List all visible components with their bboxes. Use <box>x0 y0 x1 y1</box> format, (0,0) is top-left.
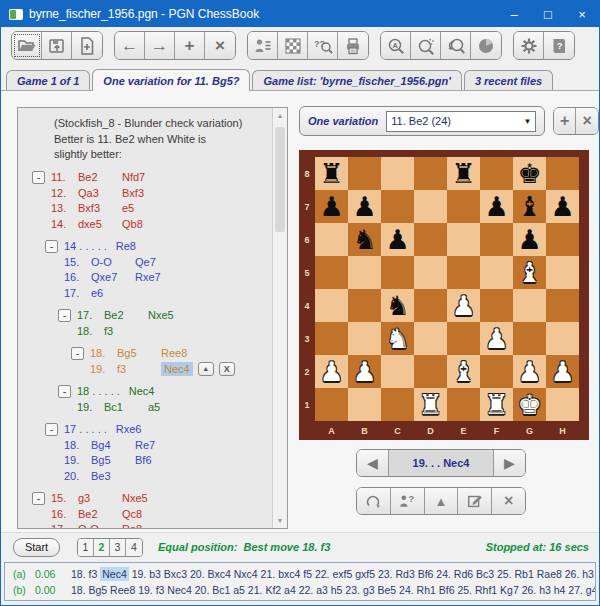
square-c5[interactable] <box>381 256 414 289</box>
magnifier-a-icon: A <box>386 36 406 56</box>
app-icon <box>9 9 23 20</box>
move-line[interactable]: 20.Be3 <box>18 468 267 484</box>
square-f7[interactable]: ♟ <box>480 190 513 223</box>
white-knight[interactable]: ♞ <box>381 322 414 355</box>
square-g6[interactable]: ♟ <box>513 223 546 256</box>
square-b8[interactable] <box>348 157 381 190</box>
pie-chart-button[interactable] <box>471 32 501 59</box>
square-a8[interactable]: ♜ <box>315 157 348 190</box>
edit-icon <box>466 492 484 510</box>
toolbar-group-1 <box>11 31 103 60</box>
white-move[interactable]: dxe5 <box>78 218 122 230</box>
square-g1[interactable]: ♚ <box>513 388 546 421</box>
square-b5[interactable] <box>348 256 381 289</box>
help-book-icon: ? <box>549 36 569 56</box>
white-pawn[interactable]: ♟ <box>447 289 480 322</box>
square-h3[interactable] <box>546 322 579 355</box>
minimize-button[interactable]: – <box>497 1 531 27</box>
black-move[interactable]: a5 <box>148 401 160 413</box>
black-move[interactable]: Nfd7 <box>122 171 145 183</box>
collapse-minus-icon[interactable]: - <box>71 347 84 360</box>
engine-line-moves[interactable]: 18. f3 Nec4 19. b3 Bxc3 20. Bxc4 Nxc4 21… <box>71 568 595 580</box>
square-e6[interactable] <box>447 223 480 256</box>
square-c8[interactable] <box>381 157 414 190</box>
square-h8[interactable] <box>546 157 579 190</box>
collapse-minus-icon[interactable]: - <box>32 492 45 505</box>
close-x-button[interactable]: × <box>205 32 235 59</box>
arrow-left-icon: ← <box>121 37 138 54</box>
variation-label: One variation <box>308 115 378 127</box>
tab-1[interactable]: Game 1 of 1 <box>6 70 90 91</box>
move-line[interactable]: -18 . . . . .Nec4 <box>18 384 267 400</box>
black-move[interactable]: Nxe5 <box>148 309 174 321</box>
white-move[interactable]: e6 <box>91 287 135 299</box>
square-a2[interactable]: ♟ <box>315 355 348 388</box>
square-f2[interactable] <box>480 355 513 388</box>
black-rook[interactable]: ♜ <box>315 157 348 190</box>
square-a4[interactable] <box>315 289 348 322</box>
selected-move[interactable]: Nec4 <box>161 362 193 376</box>
plus-icon: + <box>560 112 569 130</box>
gear-button[interactable] <box>514 32 544 59</box>
white-rook[interactable]: ♜ <box>480 388 513 421</box>
square-h4[interactable] <box>546 289 579 322</box>
white-king[interactable]: ♚ <box>513 388 546 421</box>
file-label: H <box>546 422 579 439</box>
arrow-left-button[interactable]: ← <box>115 32 145 59</box>
white-move[interactable]: O-O <box>78 523 122 529</box>
save-icon <box>47 36 67 56</box>
bottom-bar: Start 1234 Equal position:Best move 18. … <box>1 532 599 561</box>
file-label: G <box>513 422 546 439</box>
square-c3[interactable]: ♞ <box>381 322 414 355</box>
plus-icon: + <box>185 37 195 54</box>
move-line[interactable]: 19.f3Nec4▲X <box>18 361 267 377</box>
rank-label: 5 <box>299 256 315 289</box>
white-bishop[interactable]: ♝ <box>447 355 480 388</box>
engine-line-id: (a) <box>13 568 35 580</box>
black-move[interactable]: Bxf3 <box>122 187 144 199</box>
app-window: byrne_fischer_1956.pgn - PGN ChessBook –… <box>0 0 600 606</box>
rank-label: 3 <box>299 322 315 355</box>
engine-count-button-3[interactable]: 3 <box>110 539 126 556</box>
move-line[interactable]: 14.dxe5Qb8 <box>18 216 267 232</box>
left-arrow-icon: ◀ <box>367 455 378 471</box>
variation-bar: One variation 11. Be2 (24) ▼ + × <box>299 106 599 136</box>
white-rook[interactable]: ♜ <box>414 388 447 421</box>
guess-move-icon: ? <box>398 492 416 510</box>
black-move[interactable]: Re8 <box>116 240 136 252</box>
printer-button[interactable] <box>338 32 368 59</box>
square-b3[interactable] <box>348 322 381 355</box>
plus-button[interactable]: + <box>175 32 205 59</box>
black-bishop[interactable]: ♝ <box>513 190 546 223</box>
move-list-panel[interactable]: (Stockfish_8 - Blunder check variation)B… <box>17 107 288 529</box>
white-move[interactable]: Be2 <box>78 171 122 183</box>
square-h5[interactable] <box>546 256 579 289</box>
engine-count-button-1[interactable]: 1 <box>78 539 94 556</box>
collapse-minus-icon[interactable]: - <box>58 385 71 398</box>
file-label: A <box>315 422 348 439</box>
square-e4[interactable]: ♟ <box>447 289 480 322</box>
magnifier-arrow-icon <box>446 36 466 56</box>
magnifier-arrow-button[interactable] <box>441 32 471 59</box>
new-file-button[interactable] <box>72 32 102 59</box>
engine-line: (a)0.0618. f3 Nec4 19. b3 Bxc3 20. Bxc4 … <box>13 566 595 582</box>
close-x-icon: × <box>215 37 225 54</box>
printer-icon <box>343 36 363 56</box>
move-line[interactable]: 19.Bg5Bf6 <box>18 453 267 469</box>
engine-line: (b)0.0018. Bg5 Ree8 19. f3 Nec4 20. Bc1 … <box>13 582 595 598</box>
move-number: 14. <box>51 218 78 230</box>
white-move[interactable]: f3 <box>117 363 161 375</box>
square-e5[interactable] <box>447 256 480 289</box>
rank-label: 2 <box>299 355 315 388</box>
up-triangle-button[interactable]: ▲ <box>198 362 214 376</box>
stopped-at-label: Stopped at: 16 secs <box>486 541 589 553</box>
square-e8[interactable]: ♜ <box>447 157 480 190</box>
variation-select[interactable]: 11. Be2 (24) ▼ <box>386 111 536 132</box>
window-title: byrne_fischer_1956.pgn - PGN ChessBook <box>29 7 259 21</box>
collapse-minus-icon[interactable]: - <box>45 423 58 436</box>
black-move[interactable]: Qc8 <box>122 508 142 520</box>
move-number: 18. <box>77 325 104 337</box>
status-value: Best move 18. f3 <box>243 541 330 553</box>
move-number: 16. <box>64 271 91 283</box>
black-pawn[interactable]: ♟ <box>381 223 414 256</box>
edit-button[interactable] <box>458 488 492 514</box>
tab-3[interactable]: Game list: 'byrne_fischer_1956.pgn' <box>252 70 461 91</box>
magnifier-dots-button[interactable] <box>411 32 441 59</box>
black-move[interactable]: Qe7 <box>135 256 156 268</box>
move-line[interactable]: -14 . . . . .Re8 <box>18 239 267 255</box>
square-b6[interactable]: ♞ <box>348 223 381 256</box>
square-c6[interactable]: ♟ <box>381 223 414 256</box>
white-move[interactable]: Bg5 <box>117 347 161 359</box>
white-pawn[interactable]: ♟ <box>480 322 513 355</box>
move-line[interactable]: 17.O-ORe8 <box>18 522 267 530</box>
move-number: 17. <box>51 523 78 529</box>
engine-line-score: 0.06 <box>35 568 71 580</box>
square-c4[interactable]: ♞ <box>381 289 414 322</box>
move-line[interactable]: -17.Be2Nxe5 <box>18 308 267 324</box>
move-line[interactable]: 18.Bg4Re7 <box>18 437 267 453</box>
variation-group: One variation 11. Be2 (24) ▼ <box>299 106 545 136</box>
engine-count-button-4[interactable]: 4 <box>126 539 142 556</box>
white-pawn[interactable]: ♟ <box>315 355 348 388</box>
highlighted-engine-move[interactable]: Nec4 <box>100 567 129 581</box>
square-f8[interactable] <box>480 157 513 190</box>
square-h2[interactable]: ♟ <box>546 355 579 388</box>
black-pawn[interactable]: ♟ <box>546 190 579 223</box>
square-c2[interactable] <box>381 355 414 388</box>
white-move[interactable]: Bc1 <box>104 401 148 413</box>
square-b2[interactable]: ♟ <box>348 355 381 388</box>
move-line[interactable]: 13.Bxf3e5 <box>18 201 267 217</box>
black-move[interactable]: Nxe5 <box>122 492 148 504</box>
move-line[interactable]: 12.Qa3Bxf3 <box>18 185 267 201</box>
white-pawn[interactable]: ♟ <box>546 355 579 388</box>
square-h7[interactable]: ♟ <box>546 190 579 223</box>
black-move[interactable]: Rxe7 <box>135 271 161 283</box>
white-bishop[interactable]: ♝ <box>513 256 546 289</box>
window-controls: – □ × <box>497 1 599 27</box>
square-d8[interactable] <box>414 157 447 190</box>
move-number: 11. <box>51 171 78 183</box>
delete-x-button[interactable]: X <box>219 362 235 376</box>
tab-bar: Game 1 of 1One variation for 11. Bg5?Gam… <box>1 64 599 91</box>
board-grid: ♜♜♚♟♟♟♝♟♞♟♟♝♞♟♞♟♟♟♝♟♟♜♜♚ <box>315 157 579 421</box>
engine-number-buttons: 1234 <box>77 538 143 557</box>
square-h1[interactable] <box>546 388 579 421</box>
black-move[interactable]: Bf6 <box>135 454 152 466</box>
variation-comment: (Stockfish_8 - Blunder check variation)B… <box>18 116 267 163</box>
file-label: C <box>381 422 414 439</box>
move-number: 20. <box>64 470 91 482</box>
save-button[interactable] <box>42 32 72 59</box>
delete-x-icon: X <box>224 364 230 374</box>
square-a7[interactable]: ♟ <box>315 190 348 223</box>
engine-line-score: 0.00 <box>35 584 71 596</box>
board-tool-row: ?▲× <box>356 487 526 515</box>
move-line[interactable]: -18.Bg5Ree8 <box>18 346 267 362</box>
black-pawn[interactable]: ♟ <box>348 190 381 223</box>
close-x-button[interactable]: × <box>492 488 525 514</box>
move-number: 18. <box>64 439 91 451</box>
move-nav-bar: ◀ 19. . . Nec4 ▶ <box>356 449 526 477</box>
black-pawn[interactable]: ♟ <box>480 190 513 223</box>
title-bar: byrne_fischer_1956.pgn - PGN ChessBook –… <box>1 1 599 27</box>
scroll-down-icon[interactable]: ▼ <box>273 513 287 528</box>
chessboard-icon <box>283 36 303 56</box>
white-pawn[interactable]: ♟ <box>348 355 381 388</box>
square-f1[interactable]: ♜ <box>480 388 513 421</box>
add-variation-button[interactable]: + <box>554 108 576 134</box>
white-move[interactable]: Be3 <box>91 470 135 482</box>
chessboard-button[interactable] <box>278 32 308 59</box>
tab-4[interactable]: 3 recent files <box>464 70 553 91</box>
square-d1[interactable]: ♜ <box>414 388 447 421</box>
black-pawn[interactable]: ♟ <box>513 223 546 256</box>
square-g5[interactable]: ♝ <box>513 256 546 289</box>
black-move[interactable]: Re7 <box>135 439 155 451</box>
square-f3[interactable]: ♟ <box>480 322 513 355</box>
status-label: Equal position: <box>158 541 237 553</box>
rank-label: 4 <box>299 289 315 322</box>
new-file-icon <box>77 36 97 56</box>
square-a1[interactable] <box>315 388 348 421</box>
square-e1[interactable] <box>447 388 480 421</box>
scrollbar-thumb[interactable] <box>275 127 285 232</box>
square-a3[interactable] <box>315 322 348 355</box>
black-move[interactable]: Nec4 <box>129 385 155 397</box>
tab-2[interactable]: One variation for 11. Bg5? <box>92 69 250 91</box>
file-label: B <box>348 422 381 439</box>
square-c1[interactable] <box>381 388 414 421</box>
chevron-down-icon: ▼ <box>523 117 531 126</box>
square-b7[interactable]: ♟ <box>348 190 381 223</box>
white-move[interactable]: Bg4 <box>91 439 135 451</box>
guess-move-button[interactable]: ? <box>391 488 425 514</box>
square-e2[interactable]: ♝ <box>447 355 480 388</box>
black-king[interactable]: ♚ <box>513 157 546 190</box>
white-move[interactable]: g3 <box>78 492 122 504</box>
magnifier-a-button[interactable]: A <box>381 32 411 59</box>
black-move[interactable]: e5 <box>122 202 134 214</box>
move-line[interactable]: 17.e6 <box>18 285 267 301</box>
start-button[interactable]: Start <box>13 538 60 557</box>
black-knight[interactable]: ♞ <box>381 289 414 322</box>
move-number: 14 . . . . . <box>64 240 107 252</box>
engine-line-id: (b) <box>13 584 35 596</box>
white-move[interactable]: O-O <box>91 256 135 268</box>
right-arrow-icon: ▶ <box>504 455 515 471</box>
collapse-minus-icon[interactable]: - <box>32 171 45 184</box>
square-g2[interactable]: ♟ <box>513 355 546 388</box>
black-move[interactable]: Ree8 <box>161 347 187 359</box>
magnifier-dots-icon <box>416 36 436 56</box>
search-questions-icon: ?? <box>313 36 333 56</box>
svg-text:?: ? <box>557 41 563 51</box>
maximize-button[interactable]: □ <box>531 1 565 27</box>
rank-label: 1 <box>299 388 315 421</box>
toolbar-group-2: ←→+× <box>114 31 236 60</box>
players-button[interactable] <box>248 32 278 59</box>
close-x-icon: × <box>582 112 591 130</box>
white-move[interactable]: Be2 <box>104 309 148 321</box>
square-f4[interactable] <box>480 289 513 322</box>
white-move[interactable]: Qxe7 <box>91 271 135 283</box>
move-number: 18 . . . . . <box>77 385 120 397</box>
move-number: 15. <box>51 492 78 504</box>
rank-label: 8 <box>299 157 315 190</box>
white-move[interactable]: Bg5 <box>91 454 135 466</box>
square-g8[interactable]: ♚ <box>513 157 546 190</box>
black-rook[interactable]: ♜ <box>447 157 480 190</box>
square-d2[interactable] <box>414 355 447 388</box>
move-line[interactable]: -17 . . . . .Rxe6 <box>18 422 267 438</box>
square-g3[interactable] <box>513 322 546 355</box>
next-move-button[interactable]: ▶ <box>494 450 525 476</box>
square-g7[interactable]: ♝ <box>513 190 546 223</box>
move-list: (Stockfish_8 - Blunder check variation)B… <box>18 108 287 529</box>
close-button[interactable]: × <box>565 1 599 27</box>
square-d6[interactable] <box>414 223 447 256</box>
engine-line-moves[interactable]: 18. Bg5 Ree8 19. f3 Nec4 20. Bc1 a5 21. … <box>71 584 595 596</box>
engine-count-button-2[interactable]: 2 <box>94 539 110 556</box>
square-f5[interactable] <box>480 256 513 289</box>
move-number: 17. <box>77 309 104 321</box>
up-triangle-icon: ▲ <box>202 365 209 372</box>
chess-board[interactable]: ♜♜♚♟♟♟♝♟♞♟♟♝♞♟♞♟♟♟♝♟♟♜♜♚87654321ABCDEFGH <box>299 150 589 440</box>
move-number: 19. <box>64 454 91 466</box>
file-label: D <box>414 422 447 439</box>
search-questions-button[interactable]: ?? <box>308 32 338 59</box>
arrow-right-icon: → <box>151 37 168 54</box>
variation-buttons: + × <box>553 107 599 135</box>
move-line[interactable]: 16.Be2Qc8 <box>18 506 267 522</box>
rotate-board-button[interactable] <box>357 488 391 514</box>
move-number: 19. <box>90 363 117 375</box>
delete-variation-button[interactable]: × <box>576 108 598 134</box>
move-number: 18. <box>90 347 117 359</box>
white-move[interactable]: Qa3 <box>78 187 122 199</box>
square-b1[interactable] <box>348 388 381 421</box>
collapse-minus-icon[interactable]: - <box>58 309 71 322</box>
move-number: 17 . . . . . <box>64 423 107 435</box>
square-e3[interactable] <box>447 322 480 355</box>
engine-lines-panel: (a)0.0618. f3 Nec4 19. b3 Bxc3 20. Bxc4 … <box>4 562 596 601</box>
file-label: F <box>480 422 513 439</box>
svg-text:A: A <box>392 41 398 50</box>
white-pawn[interactable]: ♟ <box>513 355 546 388</box>
black-move[interactable]: Rxe6 <box>116 423 142 435</box>
square-f6[interactable] <box>480 223 513 256</box>
rotate-board-icon <box>364 492 382 510</box>
square-e7[interactable] <box>447 190 480 223</box>
prev-move-button[interactable]: ◀ <box>357 450 388 476</box>
black-move[interactable]: Re8 <box>122 523 142 529</box>
rank-label: 7 <box>299 190 315 223</box>
players-icon <box>253 36 273 56</box>
gear-icon <box>519 36 539 56</box>
square-h6[interactable] <box>546 223 579 256</box>
up-triangle-button[interactable]: ▲ <box>425 488 459 514</box>
square-g4[interactable] <box>513 289 546 322</box>
square-d3[interactable] <box>414 322 447 355</box>
right-column: One variation 11. Be2 (24) ▼ + × ♜♜♚♟♟♟♝… <box>299 91 599 532</box>
move-line[interactable]: -15.g3Nxe5 <box>18 491 267 507</box>
move-line[interactable]: 16.Qxe7Rxe7 <box>18 270 267 286</box>
move-number: 12. <box>51 187 78 199</box>
square-c7[interactable] <box>381 190 414 223</box>
square-a6[interactable] <box>315 223 348 256</box>
move-list-scrollbar[interactable]: ▲ ▼ <box>272 108 287 528</box>
white-move[interactable]: Be2 <box>78 508 122 520</box>
move-line[interactable]: 19.Bc1a5 <box>18 399 267 415</box>
black-pawn[interactable]: ♟ <box>315 190 348 223</box>
move-number: 13. <box>51 202 78 214</box>
arrow-right-button[interactable]: → <box>145 32 175 59</box>
white-move[interactable]: f3 <box>104 325 148 337</box>
file-label: E <box>447 422 480 439</box>
black-knight[interactable]: ♞ <box>348 223 381 256</box>
move-line[interactable]: -11.Be2Nfd7 <box>18 170 267 186</box>
up-triangle-icon: ▲ <box>435 494 448 509</box>
square-d5[interactable] <box>414 256 447 289</box>
open-folder-button[interactable] <box>12 32 42 59</box>
move-line[interactable]: 15.O-OQe7 <box>18 254 267 270</box>
black-move[interactable]: Qb8 <box>122 218 143 230</box>
move-number: 17. <box>64 287 91 299</box>
help-book-button[interactable]: ? <box>544 32 574 59</box>
move-number: 15. <box>64 256 91 268</box>
toolbar: ←→+×??A? <box>1 27 599 64</box>
rank-label: 6 <box>299 223 315 256</box>
move-line[interactable]: 18.f3 <box>18 323 267 339</box>
square-d4[interactable] <box>414 289 447 322</box>
collapse-minus-icon[interactable]: - <box>45 240 58 253</box>
square-a5[interactable] <box>315 256 348 289</box>
scroll-up-icon[interactable]: ▲ <box>273 108 287 123</box>
open-folder-icon <box>17 36 37 56</box>
white-move[interactable]: Bxf3 <box>78 202 122 214</box>
move-number: 19. <box>77 401 104 413</box>
current-move-label: 19. . . Nec4 <box>388 450 494 476</box>
toolbar-group-4: A <box>380 31 502 60</box>
square-b4[interactable] <box>348 289 381 322</box>
square-d7[interactable] <box>414 190 447 223</box>
